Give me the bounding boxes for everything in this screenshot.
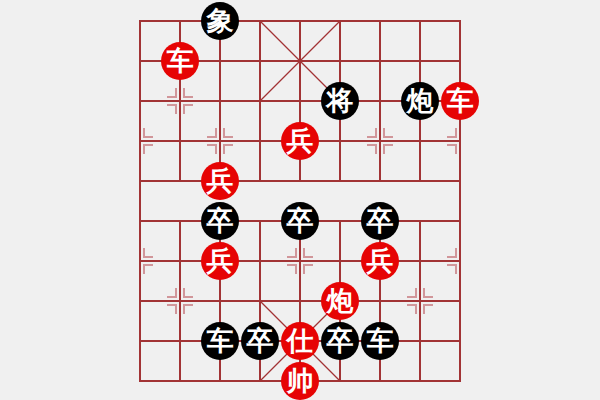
piece-black-soldier[interactable]: 卒 bbox=[321, 322, 359, 360]
piece-black-soldier[interactable]: 卒 bbox=[281, 202, 319, 240]
piece-red-chariot[interactable]: 车 bbox=[441, 82, 479, 120]
board-pieces[interactable]: 象车将炮车兵兵卒卒卒兵兵炮车卒仕卒车帅 bbox=[120, 1, 480, 400]
piece-black-elephant[interactable]: 象 bbox=[201, 2, 239, 40]
piece-black-soldier[interactable]: 卒 bbox=[361, 202, 399, 240]
piece-red-chariot[interactable]: 车 bbox=[161, 42, 199, 80]
piece-black-chariot[interactable]: 车 bbox=[201, 322, 239, 360]
piece-red-general[interactable]: 帅 bbox=[281, 362, 319, 400]
piece-black-chariot[interactable]: 车 bbox=[361, 322, 399, 360]
piece-red-soldier[interactable]: 兵 bbox=[281, 122, 319, 160]
piece-black-soldier[interactable]: 卒 bbox=[241, 322, 279, 360]
piece-black-soldier[interactable]: 卒 bbox=[201, 202, 239, 240]
piece-red-soldier[interactable]: 兵 bbox=[361, 242, 399, 280]
piece-red-advisor[interactable]: 仕 bbox=[281, 322, 319, 360]
piece-black-general[interactable]: 将 bbox=[321, 82, 359, 120]
xiangqi-diagram: 象车将炮车兵兵卒卒卒兵兵炮车卒仕卒车帅 bbox=[0, 0, 600, 400]
piece-black-cannon[interactable]: 炮 bbox=[401, 82, 439, 120]
piece-red-soldier[interactable]: 兵 bbox=[201, 162, 239, 200]
piece-red-soldier[interactable]: 兵 bbox=[201, 242, 239, 280]
piece-red-cannon[interactable]: 炮 bbox=[321, 282, 359, 320]
